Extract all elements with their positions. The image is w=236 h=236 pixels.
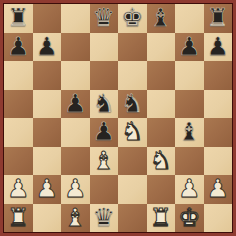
square-g8[interactable] [175, 4, 204, 33]
black-pawn: ♟ [64, 90, 86, 118]
square-g4[interactable]: ♝ [175, 118, 204, 147]
square-d2[interactable] [90, 175, 119, 204]
square-f2[interactable] [147, 175, 176, 204]
black-rook: ♜ [7, 4, 29, 32]
square-b3[interactable] [33, 147, 62, 176]
square-b6[interactable] [33, 61, 62, 90]
square-a4[interactable] [4, 118, 33, 147]
square-h5[interactable] [204, 90, 233, 119]
square-a6[interactable] [4, 61, 33, 90]
square-g2[interactable]: ♟ [175, 175, 204, 204]
board-frame: ♜♛♚♝♜♟♟♟♟♟♞♞♟♞♝♝♞♟♟♟♟♟♜♝♛♜♚ [0, 0, 236, 236]
square-d6[interactable] [90, 61, 119, 90]
black-rook: ♜ [207, 4, 229, 32]
black-queen: ♛ [93, 4, 115, 32]
square-c5[interactable]: ♟ [61, 90, 90, 119]
square-g1[interactable]: ♚ [175, 204, 204, 233]
black-bishop: ♝ [178, 118, 200, 146]
black-pawn: ♟ [178, 33, 200, 61]
square-c3[interactable] [61, 147, 90, 176]
square-g7[interactable]: ♟ [175, 33, 204, 62]
square-d1[interactable]: ♛ [90, 204, 119, 233]
black-knight: ♞ [121, 90, 143, 118]
square-e1[interactable] [118, 204, 147, 233]
black-king: ♚ [121, 4, 143, 32]
square-g6[interactable] [175, 61, 204, 90]
square-f8[interactable]: ♝ [147, 4, 176, 33]
square-e8[interactable]: ♚ [118, 4, 147, 33]
white-rook: ♜ [150, 204, 172, 232]
square-f1[interactable]: ♜ [147, 204, 176, 233]
square-a2[interactable]: ♟ [4, 175, 33, 204]
square-a7[interactable]: ♟ [4, 33, 33, 62]
square-d7[interactable] [90, 33, 119, 62]
square-g3[interactable] [175, 147, 204, 176]
square-f3[interactable]: ♞ [147, 147, 176, 176]
square-a3[interactable] [4, 147, 33, 176]
white-bishop: ♝ [93, 147, 115, 175]
white-rook: ♜ [7, 204, 29, 232]
square-f4[interactable] [147, 118, 176, 147]
black-pawn: ♟ [93, 118, 115, 146]
square-e4[interactable]: ♞ [118, 118, 147, 147]
square-h7[interactable]: ♟ [204, 33, 233, 62]
square-e7[interactable] [118, 33, 147, 62]
square-d4[interactable]: ♟ [90, 118, 119, 147]
square-e5[interactable]: ♞ [118, 90, 147, 119]
square-c4[interactable] [61, 118, 90, 147]
square-h1[interactable] [204, 204, 233, 233]
white-pawn: ♟ [178, 175, 200, 203]
square-b7[interactable]: ♟ [33, 33, 62, 62]
square-a8[interactable]: ♜ [4, 4, 33, 33]
white-pawn: ♟ [36, 175, 58, 203]
square-c1[interactable]: ♝ [61, 204, 90, 233]
square-h3[interactable] [204, 147, 233, 176]
square-b5[interactable] [33, 90, 62, 119]
square-h2[interactable]: ♟ [204, 175, 233, 204]
square-c7[interactable] [61, 33, 90, 62]
square-b8[interactable] [33, 4, 62, 33]
square-f5[interactable] [147, 90, 176, 119]
black-queen: ♛ [93, 204, 115, 232]
black-pawn: ♟ [36, 33, 58, 61]
square-e6[interactable] [118, 61, 147, 90]
white-knight: ♞ [121, 118, 143, 146]
square-f6[interactable] [147, 61, 176, 90]
square-c6[interactable] [61, 61, 90, 90]
square-a1[interactable]: ♜ [4, 204, 33, 233]
white-knight: ♞ [150, 147, 172, 175]
black-pawn: ♟ [207, 33, 229, 61]
square-b1[interactable] [33, 204, 62, 233]
square-f7[interactable] [147, 33, 176, 62]
black-knight: ♞ [93, 90, 115, 118]
black-pawn: ♟ [7, 33, 29, 61]
square-h8[interactable]: ♜ [204, 4, 233, 33]
chess-board: ♜♛♚♝♜♟♟♟♟♟♞♞♟♞♝♝♞♟♟♟♟♟♜♝♛♜♚ [3, 3, 233, 233]
square-c2[interactable]: ♟ [61, 175, 90, 204]
white-pawn: ♟ [207, 175, 229, 203]
square-a5[interactable] [4, 90, 33, 119]
white-bishop: ♝ [64, 204, 86, 232]
square-b2[interactable]: ♟ [33, 175, 62, 204]
square-c8[interactable] [61, 4, 90, 33]
square-e2[interactable] [118, 175, 147, 204]
square-d8[interactable]: ♛ [90, 4, 119, 33]
white-pawn: ♟ [7, 175, 29, 203]
square-h6[interactable] [204, 61, 233, 90]
square-h4[interactable] [204, 118, 233, 147]
square-g5[interactable] [175, 90, 204, 119]
square-e3[interactable] [118, 147, 147, 176]
white-king: ♚ [178, 204, 200, 232]
white-pawn: ♟ [64, 175, 86, 203]
square-d5[interactable]: ♞ [90, 90, 119, 119]
square-d3[interactable]: ♝ [90, 147, 119, 176]
square-b4[interactable] [33, 118, 62, 147]
black-bishop: ♝ [150, 4, 172, 32]
